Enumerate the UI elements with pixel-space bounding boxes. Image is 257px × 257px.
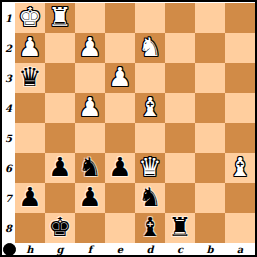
- square-f5[interactable]: [75, 123, 105, 153]
- white-pawn-piece[interactable]: ♟: [75, 33, 105, 63]
- square-f8[interactable]: [75, 213, 105, 243]
- file-labels: hgfedcba: [15, 243, 255, 255]
- rank-labels: 12345678: [2, 3, 15, 243]
- square-e2[interactable]: [105, 33, 135, 63]
- white-rook-piece[interactable]: ♜: [45, 3, 75, 33]
- file-label-c: c: [165, 243, 195, 255]
- black-pawn-piece[interactable]: ♟: [75, 183, 105, 213]
- square-a1[interactable]: [225, 3, 255, 33]
- square-b4[interactable]: [195, 93, 225, 123]
- square-e6[interactable]: ♟: [105, 153, 135, 183]
- square-b5[interactable]: [195, 123, 225, 153]
- square-e4[interactable]: [105, 93, 135, 123]
- square-b7[interactable]: [195, 183, 225, 213]
- square-g2[interactable]: [45, 33, 75, 63]
- file-label-b: b: [195, 243, 225, 255]
- square-c5[interactable]: [165, 123, 195, 153]
- white-king-piece[interactable]: ♚: [15, 3, 45, 33]
- square-g4[interactable]: [45, 93, 75, 123]
- square-c3[interactable]: [165, 63, 195, 93]
- rank-label-3: 3: [2, 63, 15, 93]
- square-e7[interactable]: [105, 183, 135, 213]
- black-pawn-piece[interactable]: ♟: [105, 153, 135, 183]
- square-e1[interactable]: [105, 3, 135, 33]
- black-to-move-indicator: [3, 243, 16, 256]
- square-d4[interactable]: ♝: [135, 93, 165, 123]
- black-knight-piece[interactable]: ♞: [135, 183, 165, 213]
- black-rook-piece[interactable]: ♜: [165, 213, 195, 243]
- square-h5[interactable]: [15, 123, 45, 153]
- chess-diagram: 12345678 ♚♜♟♟♞♛♟♟♝♟♞♟♛♝♟♟♞♚♝♜ hgfedcba: [0, 0, 257, 257]
- square-c7[interactable]: [165, 183, 195, 213]
- square-h6[interactable]: [15, 153, 45, 183]
- square-d7[interactable]: ♞: [135, 183, 165, 213]
- rank-label-4: 4: [2, 93, 15, 123]
- square-h7[interactable]: ♟: [15, 183, 45, 213]
- square-b2[interactable]: [195, 33, 225, 63]
- square-h2[interactable]: ♟: [15, 33, 45, 63]
- square-e3[interactable]: ♟: [105, 63, 135, 93]
- white-pawn-piece[interactable]: ♟: [15, 33, 45, 63]
- square-f6[interactable]: ♞: [75, 153, 105, 183]
- square-d2[interactable]: ♞: [135, 33, 165, 63]
- square-f4[interactable]: ♟: [75, 93, 105, 123]
- white-queen-piece[interactable]: ♛: [135, 153, 165, 183]
- rank-label-6: 6: [2, 153, 15, 183]
- diagram-inner: 12345678 ♚♜♟♟♞♛♟♟♝♟♞♟♛♝♟♟♞♚♝♜ hgfedcba: [2, 2, 255, 255]
- square-b8[interactable]: [195, 213, 225, 243]
- square-d8[interactable]: ♝: [135, 213, 165, 243]
- file-label-d: d: [135, 243, 165, 255]
- white-pawn-piece[interactable]: ♟: [75, 93, 105, 123]
- square-h4[interactable]: [15, 93, 45, 123]
- square-g7[interactable]: [45, 183, 75, 213]
- square-d1[interactable]: [135, 3, 165, 33]
- white-bishop-piece[interactable]: ♝: [135, 93, 165, 123]
- white-pawn-piece[interactable]: ♟: [105, 63, 135, 93]
- square-g1[interactable]: ♜: [45, 3, 75, 33]
- file-label-a: a: [225, 243, 255, 255]
- rank-label-2: 2: [2, 33, 15, 63]
- black-pawn-piece[interactable]: ♟: [45, 153, 75, 183]
- square-h1[interactable]: ♚: [15, 3, 45, 33]
- square-g5[interactable]: [45, 123, 75, 153]
- square-e8[interactable]: [105, 213, 135, 243]
- square-a7[interactable]: [225, 183, 255, 213]
- square-c4[interactable]: [165, 93, 195, 123]
- square-a6[interactable]: ♝: [225, 153, 255, 183]
- square-f7[interactable]: ♟: [75, 183, 105, 213]
- square-f2[interactable]: ♟: [75, 33, 105, 63]
- rank-label-1: 1: [2, 3, 15, 33]
- square-e5[interactable]: [105, 123, 135, 153]
- square-b3[interactable]: [195, 63, 225, 93]
- file-label-h: h: [15, 243, 45, 255]
- square-g8[interactable]: ♚: [45, 213, 75, 243]
- rank-label-5: 5: [2, 123, 15, 153]
- chess-board: ♚♜♟♟♞♛♟♟♝♟♞♟♛♝♟♟♞♚♝♜: [15, 3, 255, 243]
- square-a4[interactable]: [225, 93, 255, 123]
- square-d5[interactable]: [135, 123, 165, 153]
- rank-label-7: 7: [2, 183, 15, 213]
- square-a3[interactable]: [225, 63, 255, 93]
- black-pawn-piece[interactable]: ♟: [15, 183, 45, 213]
- square-h3[interactable]: ♛: [15, 63, 45, 93]
- square-d3[interactable]: [135, 63, 165, 93]
- white-knight-piece[interactable]: ♞: [135, 33, 165, 63]
- file-label-e: e: [105, 243, 135, 255]
- square-c8[interactable]: ♜: [165, 213, 195, 243]
- black-knight-piece[interactable]: ♞: [75, 153, 105, 183]
- rank-label-8: 8: [2, 213, 15, 243]
- square-f3[interactable]: [75, 63, 105, 93]
- black-queen-piece[interactable]: ♛: [15, 63, 45, 93]
- square-a8[interactable]: [225, 213, 255, 243]
- black-king-piece[interactable]: ♚: [45, 213, 75, 243]
- black-bishop-piece[interactable]: ♝: [135, 213, 165, 243]
- square-b1[interactable]: [195, 3, 225, 33]
- square-h8[interactable]: [15, 213, 45, 243]
- square-c1[interactable]: [165, 3, 195, 33]
- square-a2[interactable]: [225, 33, 255, 63]
- square-c2[interactable]: [165, 33, 195, 63]
- square-a5[interactable]: [225, 123, 255, 153]
- file-label-f: f: [75, 243, 105, 255]
- file-label-g: g: [45, 243, 75, 255]
- square-g6[interactable]: ♟: [45, 153, 75, 183]
- square-d6[interactable]: ♛: [135, 153, 165, 183]
- square-f1[interactable]: [75, 3, 105, 33]
- square-c6[interactable]: [165, 153, 195, 183]
- square-b6[interactable]: [195, 153, 225, 183]
- square-g3[interactable]: [45, 63, 75, 93]
- white-bishop-piece[interactable]: ♝: [225, 153, 255, 183]
